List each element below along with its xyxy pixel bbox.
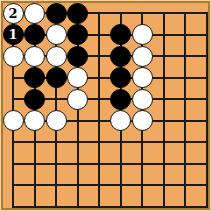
move-number-label: 1 bbox=[8, 28, 17, 41]
white-stone bbox=[46, 24, 67, 45]
intersection-r8c4[interactable] bbox=[67, 153, 89, 175]
intersection-r7c8[interactable] bbox=[153, 131, 175, 153]
intersection-r3c6[interactable] bbox=[110, 45, 132, 67]
white-stone bbox=[24, 46, 45, 67]
intersection-r10c10[interactable] bbox=[196, 196, 210, 210]
intersection-r10c4[interactable] bbox=[67, 196, 89, 210]
intersection-r5c6[interactable] bbox=[110, 88, 132, 110]
white-stone bbox=[3, 46, 24, 67]
black-stone: 1 bbox=[3, 24, 24, 45]
intersection-r3c1[interactable] bbox=[2, 45, 24, 67]
intersection-r8c8[interactable] bbox=[153, 153, 175, 175]
intersection-r1c7[interactable] bbox=[131, 2, 153, 24]
intersection-r8c3[interactable] bbox=[45, 153, 67, 175]
intersection-r7c1[interactable] bbox=[2, 131, 24, 153]
intersection-r7c4[interactable] bbox=[67, 131, 89, 153]
intersection-r4c1[interactable] bbox=[2, 67, 24, 89]
intersection-r8c1[interactable] bbox=[2, 153, 24, 175]
intersection-r3c4[interactable] bbox=[67, 45, 89, 67]
intersection-r2c6[interactable] bbox=[110, 24, 132, 46]
intersection-r2c7[interactable] bbox=[131, 24, 153, 46]
intersection-r1c5[interactable] bbox=[88, 2, 110, 24]
intersection-r5c5[interactable] bbox=[88, 88, 110, 110]
intersection-r10c6[interactable] bbox=[110, 196, 132, 210]
intersection-r9c9[interactable] bbox=[174, 174, 196, 196]
white-stone bbox=[3, 110, 24, 131]
intersection-r4c5[interactable] bbox=[88, 67, 110, 89]
white-stone bbox=[132, 67, 153, 88]
white-stone bbox=[46, 110, 67, 131]
intersection-r6c5[interactable] bbox=[88, 110, 110, 132]
intersection-r2c10[interactable] bbox=[196, 24, 210, 46]
intersection-r10c3[interactable] bbox=[45, 196, 67, 210]
intersection-r5c4[interactable] bbox=[67, 88, 89, 110]
intersection-r8c10[interactable] bbox=[196, 153, 210, 175]
intersection-r4c9[interactable] bbox=[174, 67, 196, 89]
black-stone bbox=[67, 24, 88, 45]
intersection-r4c2[interactable] bbox=[24, 67, 46, 89]
intersection-r6c1[interactable] bbox=[2, 110, 24, 132]
intersection-r4c3[interactable] bbox=[45, 67, 67, 89]
white-stone bbox=[67, 67, 88, 88]
intersection-r9c3[interactable] bbox=[45, 174, 67, 196]
white-stone bbox=[132, 46, 153, 67]
black-stone bbox=[110, 24, 131, 45]
intersection-r1c9[interactable] bbox=[174, 2, 196, 24]
white-stone bbox=[67, 89, 88, 110]
white-stone bbox=[24, 110, 45, 131]
intersection-r9c10[interactable] bbox=[196, 174, 210, 196]
black-stone bbox=[46, 3, 67, 24]
intersection-r3c2[interactable] bbox=[24, 45, 46, 67]
intersection-r6c6[interactable] bbox=[110, 110, 132, 132]
intersection-r9c8[interactable] bbox=[153, 174, 175, 196]
intersection-r10c9[interactable] bbox=[174, 196, 196, 210]
intersection-r8c6[interactable] bbox=[110, 153, 132, 175]
white-stone bbox=[132, 89, 153, 110]
intersection-r5c9[interactable] bbox=[174, 88, 196, 110]
black-stone bbox=[67, 3, 88, 24]
board-frame: 21 bbox=[1, 1, 210, 210]
intersection-r2c8[interactable] bbox=[153, 24, 175, 46]
intersection-r4c7[interactable] bbox=[131, 67, 153, 89]
intersection-r2c4[interactable] bbox=[67, 24, 89, 46]
intersection-r1c10[interactable] bbox=[196, 2, 210, 24]
black-stone bbox=[46, 67, 67, 88]
white-stone bbox=[46, 46, 67, 67]
intersection-r8c2[interactable] bbox=[24, 153, 46, 175]
intersection-r7c5[interactable] bbox=[88, 131, 110, 153]
intersection-r5c3[interactable] bbox=[45, 88, 67, 110]
intersection-r10c5[interactable] bbox=[88, 196, 110, 210]
intersection-r4c10[interactable] bbox=[196, 67, 210, 89]
black-stone bbox=[24, 89, 45, 110]
intersection-r4c8[interactable] bbox=[153, 67, 175, 89]
intersection-r5c1[interactable] bbox=[2, 88, 24, 110]
go-diagram: 21 bbox=[0, 0, 211, 211]
intersection-r6c8[interactable] bbox=[153, 110, 175, 132]
intersection-r2c2[interactable] bbox=[24, 24, 46, 46]
black-stone bbox=[67, 46, 88, 67]
intersection-r7c10[interactable] bbox=[196, 131, 210, 153]
intersection-r4c6[interactable] bbox=[110, 67, 132, 89]
intersection-r3c9[interactable] bbox=[174, 45, 196, 67]
white-stone bbox=[132, 24, 153, 45]
intersection-r5c10[interactable] bbox=[196, 88, 210, 110]
intersection-r10c7[interactable] bbox=[131, 196, 153, 210]
intersection-r4c4[interactable] bbox=[67, 67, 89, 89]
intersection-r1c8[interactable] bbox=[153, 2, 175, 24]
intersection-r1c4[interactable] bbox=[67, 2, 89, 24]
intersection-r10c8[interactable] bbox=[153, 196, 175, 210]
intersection-r9c6[interactable] bbox=[110, 174, 132, 196]
move-number-label: 2 bbox=[8, 7, 17, 20]
intersection-r5c8[interactable] bbox=[153, 88, 175, 110]
intersection-r7c9[interactable] bbox=[174, 131, 196, 153]
black-stone bbox=[110, 67, 131, 88]
white-stone bbox=[24, 3, 45, 24]
intersection-r6c10[interactable] bbox=[196, 110, 210, 132]
intersection-r6c4[interactable] bbox=[67, 110, 89, 132]
intersection-r1c6[interactable] bbox=[110, 2, 132, 24]
intersection-r2c9[interactable] bbox=[174, 24, 196, 46]
intersection-r2c3[interactable] bbox=[45, 24, 67, 46]
intersection-r9c7[interactable] bbox=[131, 174, 153, 196]
intersection-r8c7[interactable] bbox=[131, 153, 153, 175]
intersection-r6c2[interactable] bbox=[24, 110, 46, 132]
intersection-r6c7[interactable] bbox=[131, 110, 153, 132]
intersection-r2c5[interactable] bbox=[88, 24, 110, 46]
go-board-grid: 21 bbox=[2, 2, 210, 210]
intersection-r6c9[interactable] bbox=[174, 110, 196, 132]
intersection-r5c7[interactable] bbox=[131, 88, 153, 110]
intersection-r7c6[interactable] bbox=[110, 131, 132, 153]
intersection-r3c10[interactable] bbox=[196, 45, 210, 67]
white-stone bbox=[132, 110, 153, 131]
intersection-r6c3[interactable] bbox=[45, 110, 67, 132]
intersection-r10c2[interactable] bbox=[24, 196, 46, 210]
white-stone bbox=[110, 110, 131, 131]
intersection-r9c4[interactable] bbox=[67, 174, 89, 196]
intersection-r9c1[interactable] bbox=[2, 174, 24, 196]
intersection-r1c3[interactable] bbox=[45, 2, 67, 24]
intersection-r2c1[interactable]: 1 bbox=[2, 24, 24, 46]
intersection-r3c8[interactable] bbox=[153, 45, 175, 67]
intersection-r3c7[interactable] bbox=[131, 45, 153, 67]
intersection-r3c3[interactable] bbox=[45, 45, 67, 67]
intersection-r9c5[interactable] bbox=[88, 174, 110, 196]
intersection-r8c9[interactable] bbox=[174, 153, 196, 175]
black-stone bbox=[24, 67, 45, 88]
intersection-r5c2[interactable] bbox=[24, 88, 46, 110]
intersection-r1c1[interactable]: 2 bbox=[2, 2, 24, 24]
intersection-r7c2[interactable] bbox=[24, 131, 46, 153]
black-stone bbox=[24, 24, 45, 45]
intersection-r7c7[interactable] bbox=[131, 131, 153, 153]
intersection-r8c5[interactable] bbox=[88, 153, 110, 175]
intersection-r9c2[interactable] bbox=[24, 174, 46, 196]
black-stone bbox=[110, 89, 131, 110]
intersection-r7c3[interactable] bbox=[45, 131, 67, 153]
intersection-r3c5[interactable] bbox=[88, 45, 110, 67]
white-stone: 2 bbox=[3, 3, 24, 24]
intersection-r1c2[interactable] bbox=[24, 2, 46, 24]
intersection-r10c1[interactable] bbox=[2, 196, 24, 210]
black-stone bbox=[110, 46, 131, 67]
